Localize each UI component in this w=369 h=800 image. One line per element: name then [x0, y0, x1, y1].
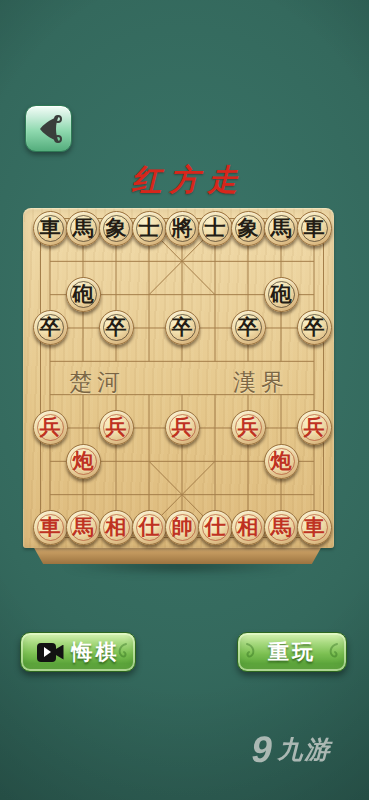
piece-character: 砲 [73, 284, 94, 305]
piece-black-r0c2[interactable]: 象 [99, 211, 134, 246]
piece-red-r7c1[interactable]: 炮 [66, 444, 101, 479]
piece-character: 炮 [271, 451, 292, 472]
piece-character: 馬 [73, 218, 94, 239]
piece-black-r0c0[interactable]: 車 [33, 211, 68, 246]
piece-character: 將 [172, 218, 193, 239]
button-ornament-icon [245, 642, 257, 664]
piece-black-r0c8[interactable]: 車 [297, 211, 332, 246]
piece-character: 車 [40, 218, 61, 239]
piece-black-r3c2[interactable]: 卒 [99, 310, 134, 345]
piece-character: 卒 [40, 317, 61, 338]
camera-body [37, 643, 56, 662]
piece-character: 兵 [238, 417, 259, 438]
turn-indicator-title: 红方走 [0, 160, 369, 200]
replay-button-label: 重玩 [268, 638, 316, 666]
board-wooden-base [33, 546, 322, 564]
button-ornament-icon [116, 642, 128, 664]
piece-character: 仕 [139, 517, 160, 538]
piece-character: 炮 [73, 451, 94, 472]
piece-character: 兵 [304, 417, 325, 438]
piece-red-r6c0[interactable]: 兵 [33, 410, 68, 445]
piece-character: 卒 [304, 317, 325, 338]
piece-character: 車 [304, 218, 325, 239]
piece-character: 象 [106, 218, 127, 239]
piece-character: 卒 [238, 317, 259, 338]
replay-button[interactable]: 重玩 [237, 632, 347, 672]
video-camera-icon [37, 643, 64, 662]
piece-red-r6c8[interactable]: 兵 [297, 410, 332, 445]
piece-red-r9c5[interactable]: 仕 [198, 510, 233, 545]
nine-game-watermark: 9 九游 [252, 731, 332, 768]
piece-black-r2c1[interactable]: 砲 [66, 277, 101, 312]
piece-character: 兵 [106, 417, 127, 438]
nine-game-logo-text: 九游 [278, 737, 332, 762]
piece-black-r3c6[interactable]: 卒 [231, 310, 266, 345]
piece-black-r3c8[interactable]: 卒 [297, 310, 332, 345]
back-button[interactable] [25, 105, 72, 152]
piece-black-r0c1[interactable]: 馬 [66, 211, 101, 246]
piece-character: 仕 [205, 517, 226, 538]
piece-red-r9c2[interactable]: 相 [99, 510, 134, 545]
piece-black-r0c3[interactable]: 士 [132, 211, 167, 246]
piece-character: 車 [304, 517, 325, 538]
piece-character: 卒 [106, 317, 127, 338]
back-arrow-icon [34, 112, 64, 146]
piece-character: 兵 [172, 417, 193, 438]
piece-red-r6c6[interactable]: 兵 [231, 410, 266, 445]
piece-character: 士 [205, 218, 226, 239]
piece-black-r0c4[interactable]: 將 [165, 211, 200, 246]
river-label-chu: 楚河 [59, 369, 135, 397]
piece-character: 士 [139, 218, 160, 239]
button-ornament-icon [327, 642, 339, 664]
nine-game-logo-icon: 9 [249, 731, 276, 768]
piece-character: 馬 [271, 218, 292, 239]
piece-red-r6c2[interactable]: 兵 [99, 410, 134, 445]
piece-black-r3c4[interactable]: 卒 [165, 310, 200, 345]
piece-black-r2c7[interactable]: 砲 [264, 277, 299, 312]
piece-character: 卒 [172, 317, 193, 338]
piece-red-r9c1[interactable]: 馬 [66, 510, 101, 545]
piece-red-r9c0[interactable]: 車 [33, 510, 68, 545]
piece-character: 馬 [73, 517, 94, 538]
piece-red-r6c4[interactable]: 兵 [165, 410, 200, 445]
piece-character: 相 [106, 517, 127, 538]
camera-lens [56, 645, 64, 660]
piece-black-r0c7[interactable]: 馬 [264, 211, 299, 246]
river-label-han: 漢界 [223, 369, 299, 397]
piece-red-r7c7[interactable]: 炮 [264, 444, 299, 479]
piece-red-r9c3[interactable]: 仕 [132, 510, 167, 545]
piece-character: 兵 [40, 417, 61, 438]
piece-black-r3c0[interactable]: 卒 [33, 310, 68, 345]
piece-black-r0c6[interactable]: 象 [231, 211, 266, 246]
piece-character: 相 [238, 517, 259, 538]
piece-red-r9c4[interactable]: 帥 [165, 510, 200, 545]
game-screen: 红方走 楚河 漢界 車馬象士將士象馬車砲砲卒卒卒卒卒兵兵兵兵兵炮炮車馬相仕帥仕相… [0, 0, 369, 800]
piece-character: 車 [40, 517, 61, 538]
xiangqi-board[interactable]: 楚河 漢界 車馬象士將士象馬車砲砲卒卒卒卒卒兵兵兵兵兵炮炮車馬相仕帥仕相馬車 [23, 208, 334, 548]
piece-character: 馬 [271, 517, 292, 538]
piece-red-r9c8[interactable]: 車 [297, 510, 332, 545]
piece-character: 象 [238, 218, 259, 239]
undo-button-label: 悔棋 [72, 638, 120, 666]
undo-move-button[interactable]: 悔棋 [20, 632, 136, 672]
piece-red-r9c7[interactable]: 馬 [264, 510, 299, 545]
piece-red-r9c6[interactable]: 相 [231, 510, 266, 545]
piece-character: 帥 [172, 517, 193, 538]
piece-black-r0c5[interactable]: 士 [198, 211, 233, 246]
piece-character: 砲 [271, 284, 292, 305]
